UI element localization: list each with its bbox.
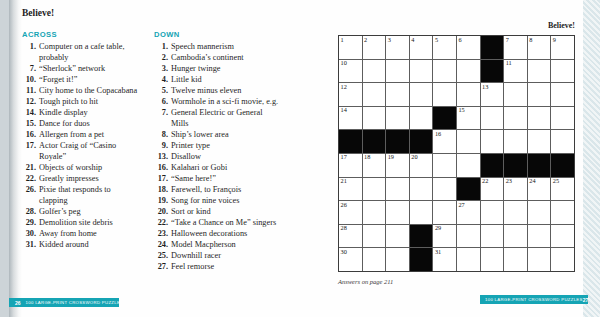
clue-text: Ship’s lower area bbox=[171, 129, 279, 140]
clue-text: Pixie that responds to clapping bbox=[39, 184, 139, 206]
book-left-edge bbox=[0, 0, 9, 317]
grid-cell-r9c1[interactable]: 28 bbox=[339, 225, 362, 248]
clue-item: 22.“Take a Chance on Me” singers bbox=[154, 217, 282, 228]
clue-number: 1. bbox=[154, 41, 168, 52]
cell-number: 8 bbox=[529, 36, 532, 43]
clue-number: 7. bbox=[154, 107, 168, 118]
cell-number: 18 bbox=[364, 153, 370, 160]
grid-cell-r5c10[interactable] bbox=[551, 130, 574, 153]
clue-text: Speech mannerism bbox=[171, 41, 279, 52]
grid-cell-r10c10[interactable] bbox=[551, 248, 574, 271]
clue-number: 7. bbox=[22, 63, 36, 74]
clue-text: Actor Craig of “Casino Royale” bbox=[39, 140, 139, 162]
clue-number: 4. bbox=[154, 74, 168, 85]
clue-number: 15. bbox=[22, 118, 36, 129]
clue-item: 1.Computer on a cafe table, probably bbox=[22, 41, 142, 63]
block-cell-r4c5 bbox=[433, 107, 456, 130]
grid-cell-r3c9[interactable] bbox=[528, 83, 551, 106]
clue-item: 18.Farewell, to François bbox=[154, 184, 282, 195]
grid-cell-r7c2[interactable] bbox=[363, 178, 386, 201]
grid-cell-r3c7[interactable]: 13 bbox=[481, 83, 504, 106]
grid-cell-r3c5[interactable] bbox=[433, 83, 456, 106]
clue-item: 24.Model Macpherson bbox=[154, 239, 282, 250]
clue-text: Away from home bbox=[39, 228, 139, 239]
down-header: DOWN bbox=[154, 30, 180, 39]
grid-cell-r10c8[interactable] bbox=[504, 248, 527, 271]
block-cell-r5c1 bbox=[339, 130, 362, 153]
clue-text: Dance for duos bbox=[39, 118, 139, 129]
clue-item: 25.Downhill racer bbox=[154, 250, 282, 261]
grid-cell-r6c6[interactable] bbox=[457, 154, 480, 177]
grid-cell-r4c4[interactable] bbox=[410, 107, 433, 130]
block-cell-r6c7 bbox=[481, 154, 504, 177]
grid-cell-r10c5[interactable]: 31 bbox=[433, 248, 456, 271]
grid-cell-r1c5[interactable]: 5 bbox=[433, 36, 456, 59]
grid-cell-r4c6[interactable]: 15 bbox=[457, 107, 480, 130]
grid-cell-r9c7[interactable] bbox=[481, 225, 504, 248]
clue-number: 22. bbox=[22, 173, 36, 184]
cell-number: 25 bbox=[553, 177, 559, 184]
page-edge-texture bbox=[582, 0, 600, 317]
grid-cell-r2c2[interactable] bbox=[363, 60, 386, 83]
clue-number: 14. bbox=[22, 107, 36, 118]
grid-cell-r2c4[interactable] bbox=[410, 60, 433, 83]
grid-cell-r9c10[interactable] bbox=[551, 225, 574, 248]
clue-item: 7.“Sherlock” network bbox=[22, 63, 142, 74]
clue-text: Kidded around bbox=[39, 239, 139, 250]
cell-number: 16 bbox=[435, 130, 441, 137]
clue-text: Demolition site debris bbox=[39, 217, 139, 228]
cell-number: 14 bbox=[341, 106, 347, 113]
clue-text: General Electric or General Mills bbox=[171, 107, 279, 129]
grid-cell-r5c6[interactable] bbox=[457, 130, 480, 153]
grid-cell-r4c8[interactable] bbox=[504, 107, 527, 130]
clue-number: 23. bbox=[154, 228, 168, 239]
clue-item: 17.“Same here!” bbox=[154, 173, 282, 184]
clue-item: 12.Tough pitch to hit bbox=[22, 96, 142, 107]
clue-number: 10. bbox=[22, 74, 36, 85]
block-cell-r5c3 bbox=[386, 130, 409, 153]
clue-text: “Take a Chance on Me” singers bbox=[171, 217, 279, 228]
clue-text: Greatly impresses bbox=[39, 173, 139, 184]
cell-number: 11 bbox=[506, 59, 512, 66]
grid-cell-r7c10[interactable]: 25 bbox=[551, 178, 574, 201]
page-number-left: 26 bbox=[15, 300, 21, 306]
cell-number: 19 bbox=[388, 153, 394, 160]
grid-cell-r3c1[interactable]: 12 bbox=[339, 83, 362, 106]
grid-cell-r1c1[interactable]: 1 bbox=[339, 36, 362, 59]
clue-number: 25. bbox=[154, 250, 168, 261]
grid-cell-r8c9[interactable] bbox=[528, 201, 551, 224]
clue-item: 11.City home to the Copacabana bbox=[22, 85, 142, 96]
clue-text: Hunger twinge bbox=[171, 63, 279, 74]
grid-cell-r2c10[interactable] bbox=[551, 60, 574, 83]
clue-number: 28. bbox=[22, 206, 36, 217]
clue-text: Downhill racer bbox=[171, 250, 279, 261]
clue-text: “Sherlock” network bbox=[39, 63, 139, 74]
grid-cell-r3c3[interactable] bbox=[386, 83, 409, 106]
grid-cell-r7c4[interactable] bbox=[410, 178, 433, 201]
clue-number: 18. bbox=[154, 184, 168, 195]
clue-text: Objects of worship bbox=[39, 162, 139, 173]
grid-cell-r4c2[interactable] bbox=[363, 107, 386, 130]
grid-cell-r10c9[interactable] bbox=[528, 248, 551, 271]
grid-cell-r10c1[interactable]: 30 bbox=[339, 248, 362, 271]
across-clues-list: 1.Computer on a cafe table, probably7.“S… bbox=[22, 41, 142, 250]
clue-number: 20. bbox=[154, 206, 168, 217]
clue-text: “Same here!” bbox=[171, 173, 279, 184]
clue-number: 17. bbox=[154, 173, 168, 184]
clue-number: 22. bbox=[154, 217, 168, 228]
clue-item: 4.Little kid bbox=[154, 74, 282, 85]
cell-number: 3 bbox=[388, 36, 391, 43]
block-cell-r5c4 bbox=[410, 130, 433, 153]
clue-number: 2. bbox=[154, 52, 168, 63]
clue-item: 28.Golfer’s peg bbox=[22, 206, 142, 217]
grid-cell-r8c10[interactable] bbox=[551, 201, 574, 224]
block-cell-r2c7 bbox=[481, 60, 504, 83]
cell-number: 29 bbox=[435, 224, 441, 231]
cell-number: 20 bbox=[411, 153, 417, 160]
grid-cell-r4c10[interactable] bbox=[551, 107, 574, 130]
clue-number: 9. bbox=[154, 140, 168, 151]
clue-number: 6. bbox=[154, 96, 168, 107]
book-title-left: 100 LARGE-PRINT CROSSWORD PUZZLES bbox=[26, 300, 124, 305]
crossword-grid: 1234567891011121314151617181920212223242… bbox=[338, 35, 575, 272]
cell-number: 24 bbox=[529, 177, 535, 184]
cell-number: 10 bbox=[341, 59, 347, 66]
puzzle-title: Believe! bbox=[22, 8, 54, 18]
clue-text: Feel remorse bbox=[171, 261, 279, 272]
clue-item: 16.Allergen from a pet bbox=[22, 129, 142, 140]
cell-number: 17 bbox=[341, 153, 347, 160]
clue-text: Song for nine voices bbox=[171, 195, 279, 206]
clue-item: 8.Ship’s lower area bbox=[154, 129, 282, 140]
grid-cell-r4c3[interactable] bbox=[386, 107, 409, 130]
grid-cell-r6c1[interactable]: 17 bbox=[339, 154, 362, 177]
block-cell-r6c10 bbox=[551, 154, 574, 177]
grid-cell-r8c4[interactable] bbox=[410, 201, 433, 224]
clue-item: 19.Song for nine voices bbox=[154, 195, 282, 206]
grid-cell-r3c2[interactable] bbox=[363, 83, 386, 106]
grid-cell-r9c5[interactable]: 29 bbox=[433, 225, 456, 248]
clue-number: 29. bbox=[22, 217, 36, 228]
clue-number: 19. bbox=[154, 195, 168, 206]
clue-text: Halloween decorations bbox=[171, 228, 279, 239]
clue-number: 8. bbox=[154, 129, 168, 140]
clue-item: 29.Demolition site debris bbox=[22, 217, 142, 228]
grid-cell-r2c5[interactable] bbox=[433, 60, 456, 83]
cell-number: 5 bbox=[435, 36, 438, 43]
clue-number: 26. bbox=[22, 184, 36, 195]
clue-number: 16. bbox=[22, 129, 36, 140]
grid-cell-r7c5[interactable] bbox=[433, 178, 456, 201]
clue-number: 3. bbox=[154, 63, 168, 74]
block-cell-r1c7 bbox=[481, 36, 504, 59]
grid-cell-r4c7[interactable] bbox=[481, 107, 504, 130]
grid-cell-r6c4[interactable]: 20 bbox=[410, 154, 433, 177]
clue-number: 12. bbox=[22, 96, 36, 107]
clue-text: Allergen from a pet bbox=[39, 129, 139, 140]
clue-item: 3.Hunger twinge bbox=[154, 63, 282, 74]
cell-number: 13 bbox=[482, 83, 488, 90]
clue-item: 2.Cambodia’s continent bbox=[154, 52, 282, 63]
clue-number: 21. bbox=[22, 162, 36, 173]
cell-number: 21 bbox=[341, 177, 347, 184]
grid-cell-r2c6[interactable] bbox=[457, 60, 480, 83]
grid-cell-r5c9[interactable] bbox=[528, 130, 551, 153]
cell-number: 22 bbox=[482, 177, 488, 184]
grid-cell-r8c3[interactable] bbox=[386, 201, 409, 224]
clue-item: 5.Twelve minus eleven bbox=[154, 85, 282, 96]
clue-text: Computer on a cafe table, probably bbox=[39, 41, 139, 63]
clue-number: 16. bbox=[154, 162, 168, 173]
grid-cell-r1c8[interactable]: 7 bbox=[504, 36, 527, 59]
grid-cell-r8c1[interactable]: 26 bbox=[339, 201, 362, 224]
grid-cell-r9c9[interactable] bbox=[528, 225, 551, 248]
clue-item: 1.Speech mannerism bbox=[154, 41, 282, 52]
cell-number: 27 bbox=[458, 201, 464, 208]
grid-cell-r4c9[interactable] bbox=[528, 107, 551, 130]
clue-number: 13. bbox=[154, 151, 168, 162]
clue-number: 27. bbox=[154, 261, 168, 272]
footer-left: 26 100 LARGE-PRINT CROSSWORD PUZZLES bbox=[9, 298, 119, 307]
clue-number: 24. bbox=[154, 239, 168, 250]
clue-number: 1. bbox=[22, 41, 36, 52]
block-cell-r5c2 bbox=[363, 130, 386, 153]
cell-number: 2 bbox=[364, 36, 367, 43]
clue-text: Disallow bbox=[171, 151, 279, 162]
grid-cell-r8c6[interactable]: 27 bbox=[457, 201, 480, 224]
clue-text: City home to the Copacabana bbox=[39, 85, 139, 96]
cell-number: 31 bbox=[435, 248, 441, 255]
block-cell-r10c4 bbox=[410, 248, 433, 271]
running-head: Believe! bbox=[548, 21, 575, 30]
grid-cell-r9c8[interactable] bbox=[504, 225, 527, 248]
cell-number: 9 bbox=[553, 36, 556, 43]
grid-cell-r9c3[interactable] bbox=[386, 225, 409, 248]
clue-text: Farewell, to François bbox=[171, 184, 279, 195]
clue-item: 23.Halloween decorations bbox=[154, 228, 282, 239]
grid-cell-r5c5[interactable]: 16 bbox=[433, 130, 456, 153]
grid-cell-r7c1[interactable]: 21 bbox=[339, 178, 362, 201]
clue-text: Cambodia’s continent bbox=[171, 52, 279, 63]
cell-number: 23 bbox=[506, 177, 512, 184]
grid-cell-r10c3[interactable] bbox=[386, 248, 409, 271]
grid-cell-r6c5[interactable] bbox=[433, 154, 456, 177]
grid-cell-r3c10[interactable] bbox=[551, 83, 574, 106]
clue-text: Twelve minus eleven bbox=[171, 85, 279, 96]
grid-cell-r1c6[interactable]: 6 bbox=[457, 36, 480, 59]
cell-number: 28 bbox=[341, 224, 347, 231]
cell-number: 15 bbox=[458, 106, 464, 113]
clue-item: 20.Sort or kind bbox=[154, 206, 282, 217]
grid-cell-r2c9[interactable] bbox=[528, 60, 551, 83]
footer-right: 100 LARGE-PRINT CROSSWORD PUZZLES 27 bbox=[480, 295, 588, 304]
grid-cell-r9c6[interactable] bbox=[457, 225, 480, 248]
block-cell-r6c8 bbox=[504, 154, 527, 177]
clue-number: 5. bbox=[154, 85, 168, 96]
grid-cell-r10c6[interactable] bbox=[457, 248, 480, 271]
clue-item: 6.Wormhole in a sci-fi movie, e.g. bbox=[154, 96, 282, 107]
cell-number: 1 bbox=[341, 36, 344, 43]
cell-number: 7 bbox=[506, 36, 509, 43]
clue-number: 31. bbox=[22, 239, 36, 250]
cell-number: 4 bbox=[411, 36, 414, 43]
clue-item: 7.General Electric or General Mills bbox=[154, 107, 282, 129]
clue-item: 17.Actor Craig of “Casino Royale” bbox=[22, 140, 142, 162]
grid-cell-r1c9[interactable]: 8 bbox=[528, 36, 551, 59]
clue-number: 17. bbox=[22, 140, 36, 151]
clue-item: 22.Greatly impresses bbox=[22, 173, 142, 184]
clue-text: Wormhole in a sci-fi movie, e.g. bbox=[171, 96, 279, 107]
grid-cell-r7c7[interactable]: 22 bbox=[481, 178, 504, 201]
grid-cell-r4c1[interactable]: 14 bbox=[339, 107, 362, 130]
grid-cell-r8c5[interactable] bbox=[433, 201, 456, 224]
grid-cell-r2c1[interactable]: 10 bbox=[339, 60, 362, 83]
grid-cell-r8c2[interactable] bbox=[363, 201, 386, 224]
clue-text: “Forget it!” bbox=[39, 74, 139, 85]
cell-number: 12 bbox=[341, 83, 347, 90]
clue-item: 31.Kidded around bbox=[22, 239, 142, 250]
clue-item: 9.Printer type bbox=[154, 140, 282, 151]
page-number-right: 27 bbox=[583, 297, 589, 303]
grid-cell-r1c10[interactable]: 9 bbox=[551, 36, 574, 59]
grid-cell-r1c4[interactable]: 4 bbox=[410, 36, 433, 59]
grid-cell-r2c3[interactable] bbox=[386, 60, 409, 83]
grid-cell-r5c8[interactable] bbox=[504, 130, 527, 153]
clue-item: 21.Objects of worship bbox=[22, 162, 142, 173]
across-header: ACROSS bbox=[22, 30, 57, 39]
clue-item: 27.Feel remorse bbox=[154, 261, 282, 272]
clue-text: Kalahari or Gobi bbox=[171, 162, 279, 173]
clue-item: 10.“Forget it!” bbox=[22, 74, 142, 85]
clue-item: 26.Pixie that responds to clapping bbox=[22, 184, 142, 206]
block-cell-r9c4 bbox=[410, 225, 433, 248]
clue-item: 15.Dance for duos bbox=[22, 118, 142, 129]
grid-cell-r2c8[interactable]: 11 bbox=[504, 60, 527, 83]
clue-item: 16.Kalahari or Gobi bbox=[154, 162, 282, 173]
clue-number: 11. bbox=[22, 85, 36, 96]
clue-number: 30. bbox=[22, 228, 36, 239]
clue-item: 13.Disallow bbox=[154, 151, 282, 162]
grid-cell-r7c9[interactable]: 24 bbox=[528, 178, 551, 201]
cell-number: 26 bbox=[341, 201, 347, 208]
cell-number: 6 bbox=[458, 36, 461, 43]
clue-text: Golfer’s peg bbox=[39, 206, 139, 217]
clue-item: 30.Away from home bbox=[22, 228, 142, 239]
cell-number: 30 bbox=[341, 248, 347, 255]
answers-note: Answers on page 211 bbox=[338, 278, 393, 285]
clue-item: 14.Kindle display bbox=[22, 107, 142, 118]
grid-cell-r10c2[interactable] bbox=[363, 248, 386, 271]
grid-cell-r10c7[interactable] bbox=[481, 248, 504, 271]
clue-text: Model Macpherson bbox=[171, 239, 279, 250]
grid-cell-r9c2[interactable] bbox=[363, 225, 386, 248]
grid-cell-r7c8[interactable]: 23 bbox=[504, 178, 527, 201]
clue-text: Sort or kind bbox=[171, 206, 279, 217]
clue-text: Kindle display bbox=[39, 107, 139, 118]
grid-cell-r7c3[interactable] bbox=[386, 178, 409, 201]
clue-text: Printer type bbox=[171, 140, 279, 151]
grid-cell-r6c2[interactable]: 18 bbox=[363, 154, 386, 177]
down-clues-list: 1.Speech mannerism2.Cambodia’s continent… bbox=[154, 41, 282, 272]
grid-cell-r3c4[interactable] bbox=[410, 83, 433, 106]
grid-cell-r5c7[interactable] bbox=[481, 130, 504, 153]
grid-cell-r3c6[interactable] bbox=[457, 83, 480, 106]
book-title-right: 100 LARGE-PRINT CROSSWORD PUZZLES bbox=[485, 297, 583, 302]
grid-cell-r3c8[interactable] bbox=[504, 83, 527, 106]
clue-text: Little kid bbox=[171, 74, 279, 85]
grid-cell-r6c3[interactable]: 19 bbox=[386, 154, 409, 177]
clue-text: Tough pitch to hit bbox=[39, 96, 139, 107]
grid-cell-r8c8[interactable] bbox=[504, 201, 527, 224]
grid-cell-r1c2[interactable]: 2 bbox=[363, 36, 386, 59]
grid-cell-r1c3[interactable]: 3 bbox=[386, 36, 409, 59]
block-cell-r6c9 bbox=[528, 154, 551, 177]
grid-cell-r8c7[interactable] bbox=[481, 201, 504, 224]
block-cell-r7c6 bbox=[457, 178, 480, 201]
